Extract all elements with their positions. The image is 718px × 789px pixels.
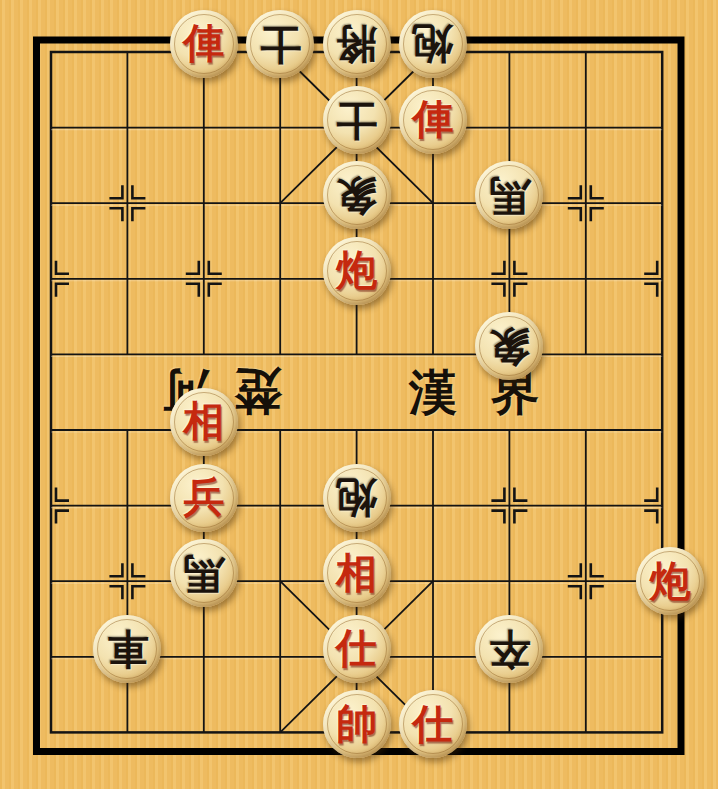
board-point-8-9[interactable] <box>624 695 700 771</box>
board-point-1-9[interactable] <box>89 695 165 771</box>
board-point-1-1[interactable] <box>89 90 165 166</box>
board-point-2-8[interactable] <box>166 619 242 695</box>
board-point-6-8[interactable]: 卒 <box>471 619 547 695</box>
piece-black-elephant[interactable]: 象 <box>475 312 543 380</box>
piece-glyph: 炮 <box>412 23 453 64</box>
board-point-7-8[interactable] <box>548 619 624 695</box>
piece-glyph: 馬 <box>489 175 530 216</box>
piece-red-elephant[interactable]: 相 <box>170 388 238 456</box>
piece-glyph: 炮 <box>336 477 377 518</box>
board-point-6-7[interactable] <box>471 543 547 619</box>
piece-glyph: 車 <box>107 628 148 669</box>
board-point-3-9[interactable] <box>242 695 318 771</box>
board-point-0-4[interactable] <box>13 317 89 393</box>
xiangqi-board: 楚河 漢界 俥士將炮士俥象馬炮象相兵炮馬相炮車仕卒帥仕 <box>0 0 718 789</box>
points-grid: 俥士將炮士俥象馬炮象相兵炮馬相炮車仕卒帥仕 <box>13 14 701 770</box>
board-point-0-2[interactable] <box>13 165 89 241</box>
piece-glyph: 相 <box>183 401 224 442</box>
board-point-4-6[interactable]: 炮 <box>318 468 394 544</box>
board-point-4-9[interactable]: 帥 <box>318 695 394 771</box>
piece-red-general[interactable]: 帥 <box>323 690 391 758</box>
piece-black-horse[interactable]: 馬 <box>475 161 543 229</box>
piece-glyph: 卒 <box>489 628 530 669</box>
board-point-5-0[interactable]: 炮 <box>395 14 471 90</box>
board-point-8-8[interactable] <box>624 619 700 695</box>
piece-glyph: 士 <box>260 23 301 64</box>
board-point-3-6[interactable] <box>242 468 318 544</box>
piece-glyph: 俥 <box>183 23 224 64</box>
piece-glyph: 帥 <box>336 704 377 745</box>
board-point-5-1[interactable]: 俥 <box>395 90 471 166</box>
board-point-0-7[interactable] <box>13 543 89 619</box>
piece-black-cannon[interactable]: 炮 <box>323 464 391 532</box>
board-point-0-9[interactable] <box>13 695 89 771</box>
board-point-4-2[interactable]: 象 <box>318 165 394 241</box>
board-point-8-2[interactable] <box>624 165 700 241</box>
board-point-0-0[interactable] <box>13 14 89 90</box>
board-point-2-2[interactable] <box>166 165 242 241</box>
piece-red-cannon[interactable]: 炮 <box>323 237 391 305</box>
board-point-7-1[interactable] <box>548 90 624 166</box>
board-point-2-7[interactable]: 馬 <box>166 543 242 619</box>
board-point-8-1[interactable] <box>624 90 700 166</box>
board-point-6-6[interactable] <box>471 468 547 544</box>
piece-black-soldier[interactable]: 卒 <box>475 615 543 683</box>
piece-glyph: 馬 <box>183 553 224 594</box>
board-point-1-8[interactable]: 車 <box>89 619 165 695</box>
piece-glyph: 象 <box>489 326 530 367</box>
board-point-3-0[interactable]: 士 <box>242 14 318 90</box>
board-point-2-0[interactable]: 俥 <box>166 14 242 90</box>
piece-red-soldier[interactable]: 兵 <box>170 464 238 532</box>
piece-red-chariot[interactable]: 俥 <box>170 10 238 78</box>
board-point-2-6[interactable]: 兵 <box>166 468 242 544</box>
piece-black-cannon[interactable]: 炮 <box>399 10 467 78</box>
board-point-5-9[interactable]: 仕 <box>395 695 471 771</box>
board-point-8-3[interactable] <box>624 241 700 317</box>
piece-glyph: 將 <box>336 23 377 64</box>
board-point-1-3[interactable] <box>89 241 165 317</box>
board-point-4-4[interactable] <box>318 317 394 393</box>
board-point-2-1[interactable] <box>166 90 242 166</box>
piece-glyph: 象 <box>336 175 377 216</box>
piece-glyph: 炮 <box>336 250 377 291</box>
piece-black-elephant[interactable]: 象 <box>323 161 391 229</box>
board-point-4-1[interactable]: 士 <box>318 90 394 166</box>
piece-black-chariot[interactable]: 車 <box>93 615 161 683</box>
piece-red-advisor[interactable]: 仕 <box>323 615 391 683</box>
board-point-1-0[interactable] <box>89 14 165 90</box>
board-point-6-0[interactable] <box>471 14 547 90</box>
board-point-7-9[interactable] <box>548 695 624 771</box>
piece-black-horse[interactable]: 馬 <box>170 539 238 607</box>
board-point-1-2[interactable] <box>89 165 165 241</box>
board-point-3-8[interactable] <box>242 619 318 695</box>
board-point-5-8[interactable] <box>395 619 471 695</box>
piece-black-advisor[interactable]: 士 <box>246 10 314 78</box>
board-point-2-3[interactable] <box>166 241 242 317</box>
board-point-5-3[interactable] <box>395 241 471 317</box>
board-point-6-3[interactable] <box>471 241 547 317</box>
board-point-7-6[interactable] <box>548 468 624 544</box>
board-point-4-7[interactable]: 相 <box>318 543 394 619</box>
board-point-0-8[interactable] <box>13 619 89 695</box>
piece-red-advisor[interactable]: 仕 <box>399 690 467 758</box>
board-point-3-2[interactable] <box>242 165 318 241</box>
board-point-6-9[interactable] <box>471 695 547 771</box>
piece-red-chariot[interactable]: 俥 <box>399 86 467 154</box>
board-point-7-7[interactable] <box>548 543 624 619</box>
board-point-8-0[interactable] <box>624 14 700 90</box>
board-point-7-2[interactable] <box>548 165 624 241</box>
board-point-4-3[interactable]: 炮 <box>318 241 394 317</box>
board-point-8-7[interactable]: 炮 <box>624 543 700 619</box>
board-point-6-2[interactable]: 馬 <box>471 165 547 241</box>
board-point-3-3[interactable] <box>242 241 318 317</box>
piece-glyph: 炮 <box>650 561 691 602</box>
board-point-8-4[interactable] <box>624 317 700 393</box>
piece-glyph: 仕 <box>336 628 377 669</box>
piece-red-cannon[interactable]: 炮 <box>636 547 704 615</box>
board-point-0-6[interactable] <box>13 468 89 544</box>
board-point-4-5[interactable] <box>318 392 394 468</box>
board-point-5-6[interactable] <box>395 468 471 544</box>
piece-black-general[interactable]: 將 <box>323 10 391 78</box>
board-point-3-7[interactable] <box>242 543 318 619</box>
piece-red-elephant[interactable]: 相 <box>323 539 391 607</box>
board-point-2-9[interactable] <box>166 695 242 771</box>
board-point-0-1[interactable] <box>13 90 89 166</box>
board-point-6-1[interactable] <box>471 90 547 166</box>
board-point-0-5[interactable] <box>13 392 89 468</box>
board-point-7-3[interactable] <box>548 241 624 317</box>
board-point-1-7[interactable] <box>89 543 165 619</box>
piece-glyph: 仕 <box>412 704 453 745</box>
board-point-5-2[interactable] <box>395 165 471 241</box>
board-point-2-5[interactable]: 相 <box>166 392 242 468</box>
board-point-7-0[interactable] <box>548 14 624 90</box>
piece-glyph: 俥 <box>412 99 453 140</box>
board-point-8-5[interactable] <box>624 392 700 468</box>
board-point-4-0[interactable]: 將 <box>318 14 394 90</box>
board-point-4-8[interactable]: 仕 <box>318 619 394 695</box>
piece-glyph: 士 <box>336 99 377 140</box>
board-point-1-6[interactable] <box>89 468 165 544</box>
piece-black-advisor[interactable]: 士 <box>323 86 391 154</box>
board-point-5-7[interactable] <box>395 543 471 619</box>
board-point-3-1[interactable] <box>242 90 318 166</box>
piece-glyph: 兵 <box>183 477 224 518</box>
piece-glyph: 相 <box>336 553 377 594</box>
board-point-0-3[interactable] <box>13 241 89 317</box>
board-point-8-6[interactable] <box>624 468 700 544</box>
